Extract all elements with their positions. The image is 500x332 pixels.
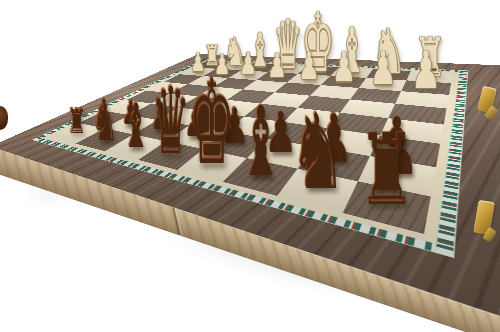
chess-piece-white-p[interactable]: ♟ [298, 48, 320, 86]
chess-piece-white-p[interactable]: ♟ [267, 48, 286, 82]
fold-seam [172, 207, 180, 235]
chess-piece-white-p[interactable]: ♟ [332, 47, 356, 89]
chess-piece-black-q[interactable]: ♛ [152, 77, 191, 169]
chess-piece-black-k[interactable]: ♚ [189, 66, 236, 183]
chess-piece-black-b[interactable]: ♝ [122, 95, 150, 156]
chess-piece-white-p[interactable]: ♟ [369, 45, 396, 91]
chess-piece-black-n[interactable]: ♞ [290, 101, 347, 205]
chess-piece-black-n[interactable]: ♞ [92, 99, 118, 147]
chess-piece-white-p[interactable]: ♟ [240, 49, 258, 80]
chess-piece-black-r[interactable]: ♜ [358, 122, 416, 221]
chess-piece-black-b[interactable]: ♝ [238, 94, 282, 190]
partial-piece-at-edge [0, 106, 8, 130]
chess-piece-black-r[interactable]: ♜ [68, 105, 87, 138]
chess-piece-white-p[interactable]: ♟ [411, 43, 441, 95]
chess-set-photo: ♜♞♝♛♚♝♞♜♟♟♟♟♟♟♟♟♟♟♟♟♟♟♟♟♜♞♝♛♚♝♞♜ [0, 0, 500, 332]
